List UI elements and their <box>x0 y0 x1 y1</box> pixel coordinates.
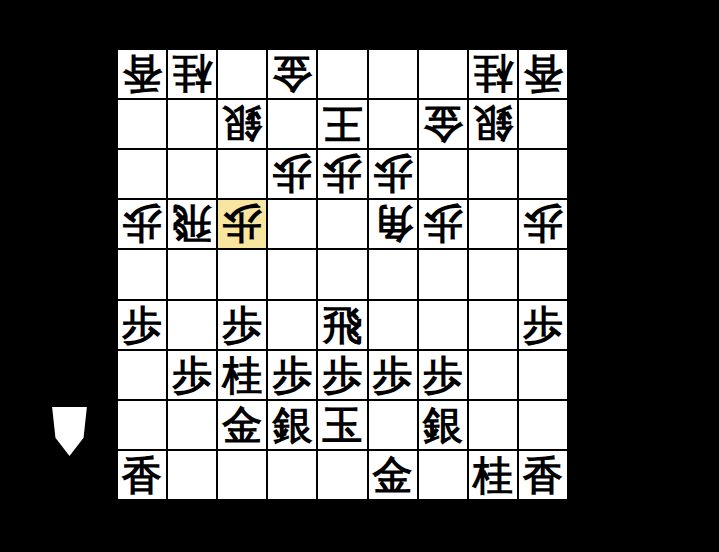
square-6i[interactable] <box>268 451 316 499</box>
square-1b[interactable] <box>519 100 567 148</box>
square-1h[interactable] <box>519 401 567 449</box>
piece-sente-pawn: 歩 <box>122 305 162 345</box>
square-3d[interactable]: 歩 <box>419 200 467 248</box>
square-2h[interactable] <box>469 401 517 449</box>
square-2e[interactable] <box>469 250 517 298</box>
square-4h[interactable] <box>369 401 417 449</box>
square-8a[interactable]: 桂 <box>168 50 216 98</box>
square-6f[interactable] <box>268 301 316 349</box>
square-1i[interactable]: 香 <box>519 451 567 499</box>
square-8b[interactable] <box>168 100 216 148</box>
piece-sente-knight: 桂 <box>222 355 262 395</box>
piece-gote-lance: 香 <box>523 54 563 94</box>
square-4c[interactable]: 歩 <box>369 150 417 198</box>
square-9i[interactable]: 香 <box>118 451 166 499</box>
piece-gote-pawn: 歩 <box>272 154 312 194</box>
square-8c[interactable] <box>168 150 216 198</box>
square-3a[interactable] <box>419 50 467 98</box>
piece-sente-pawn: 歩 <box>523 305 563 345</box>
gote-piece-marker-icon <box>51 407 88 456</box>
piece-sente-pawn: 歩 <box>373 355 413 395</box>
square-4i[interactable]: 金 <box>369 451 417 499</box>
square-2f[interactable] <box>469 301 517 349</box>
piece-sente-pawn: 歩 <box>272 355 312 395</box>
piece-sente-lance: 香 <box>122 455 162 495</box>
square-8f[interactable] <box>168 301 216 349</box>
square-3i[interactable] <box>419 451 467 499</box>
square-8d[interactable]: 飛 <box>168 200 216 248</box>
piece-gote-pawn: 歩 <box>122 204 162 244</box>
square-5f[interactable]: 飛 <box>318 301 366 349</box>
square-7f[interactable]: 歩 <box>218 301 266 349</box>
piece-sente-silver: 銀 <box>423 405 463 445</box>
square-9h[interactable] <box>118 401 166 449</box>
square-1g[interactable] <box>519 351 567 399</box>
piece-gote-lance: 香 <box>122 54 162 94</box>
square-5e[interactable] <box>318 250 366 298</box>
square-4e[interactable] <box>369 250 417 298</box>
square-4b[interactable] <box>369 100 417 148</box>
square-1d[interactable]: 歩 <box>519 200 567 248</box>
piece-sente-king: 玉 <box>322 405 362 445</box>
square-8i[interactable] <box>168 451 216 499</box>
square-9b[interactable] <box>118 100 166 148</box>
square-4a[interactable] <box>369 50 417 98</box>
square-6d[interactable] <box>268 200 316 248</box>
shogi-board: 香桂金桂香銀王金銀歩歩歩歩飛歩角歩歩歩歩飛歩歩桂歩歩歩歩金銀玉銀香金桂香 <box>116 48 569 501</box>
square-5b[interactable]: 王 <box>318 100 366 148</box>
square-6e[interactable] <box>268 250 316 298</box>
square-6c[interactable]: 歩 <box>268 150 316 198</box>
piece-gote-gold: 金 <box>272 54 312 94</box>
square-7e[interactable] <box>218 250 266 298</box>
piece-sente-pawn: 歩 <box>322 355 362 395</box>
square-5d[interactable] <box>318 200 366 248</box>
piece-sente-gold: 金 <box>222 405 262 445</box>
piece-sente-pawn: 歩 <box>222 305 262 345</box>
square-1e[interactable] <box>519 250 567 298</box>
piece-sente-silver: 銀 <box>272 405 312 445</box>
piece-sente-knight: 桂 <box>473 455 513 495</box>
piece-gote-knight: 桂 <box>473 54 513 94</box>
square-7i[interactable] <box>218 451 266 499</box>
square-2b[interactable]: 銀 <box>469 100 517 148</box>
piece-sente-gold: 金 <box>373 455 413 495</box>
piece-gote-pawn: 歩 <box>222 204 262 244</box>
piece-gote-rook: 飛 <box>172 204 212 244</box>
square-8e[interactable] <box>168 250 216 298</box>
piece-gote-pawn: 歩 <box>423 204 463 244</box>
square-3g[interactable]: 歩 <box>419 351 467 399</box>
square-2a[interactable]: 桂 <box>469 50 517 98</box>
square-6g[interactable]: 歩 <box>268 351 316 399</box>
square-9d[interactable]: 歩 <box>118 200 166 248</box>
piece-sente-pawn: 歩 <box>172 355 212 395</box>
square-9c[interactable] <box>118 150 166 198</box>
piece-gote-silver: 銀 <box>473 104 513 144</box>
square-6a[interactable]: 金 <box>268 50 316 98</box>
square-2i[interactable]: 桂 <box>469 451 517 499</box>
square-3e[interactable] <box>419 250 467 298</box>
piece-gote-silver: 銀 <box>222 104 262 144</box>
square-8h[interactable] <box>168 401 216 449</box>
square-1a[interactable]: 香 <box>519 50 567 98</box>
square-2c[interactable] <box>469 150 517 198</box>
square-5g[interactable]: 歩 <box>318 351 366 399</box>
square-7b[interactable]: 銀 <box>218 100 266 148</box>
square-9f[interactable]: 歩 <box>118 301 166 349</box>
square-1f[interactable]: 歩 <box>519 301 567 349</box>
square-3b[interactable]: 金 <box>419 100 467 148</box>
square-5i[interactable] <box>318 451 366 499</box>
piece-gote-pawn: 歩 <box>373 154 413 194</box>
square-7d[interactable]: 歩 <box>218 200 266 248</box>
square-8g[interactable]: 歩 <box>168 351 216 399</box>
square-9a[interactable]: 香 <box>118 50 166 98</box>
square-3f[interactable] <box>419 301 467 349</box>
square-7g[interactable]: 桂 <box>218 351 266 399</box>
square-1c[interactable] <box>519 150 567 198</box>
piece-sente-lance: 香 <box>523 455 563 495</box>
square-2d[interactable] <box>469 200 517 248</box>
piece-sente-rook: 飛 <box>322 305 362 345</box>
square-7a[interactable] <box>218 50 266 98</box>
square-6h[interactable]: 銀 <box>268 401 316 449</box>
piece-gote-knight: 桂 <box>172 54 212 94</box>
square-6b[interactable] <box>268 100 316 148</box>
square-5a[interactable] <box>318 50 366 98</box>
square-4g[interactable]: 歩 <box>369 351 417 399</box>
square-4d[interactable]: 角 <box>369 200 417 248</box>
square-9g[interactable] <box>118 351 166 399</box>
piece-gote-pawn: 歩 <box>322 154 362 194</box>
piece-gote-pawn: 歩 <box>523 204 563 244</box>
square-5h[interactable]: 玉 <box>318 401 366 449</box>
square-9e[interactable] <box>118 250 166 298</box>
piece-gote-gold: 金 <box>423 104 463 144</box>
app-background: 香桂金桂香銀王金銀歩歩歩歩飛歩角歩歩歩歩飛歩歩桂歩歩歩歩金銀玉銀香金桂香 <box>0 0 719 552</box>
piece-gote-king: 王 <box>322 104 362 144</box>
square-7h[interactable]: 金 <box>218 401 266 449</box>
piece-sente-pawn: 歩 <box>423 355 463 395</box>
square-3h[interactable]: 銀 <box>419 401 467 449</box>
square-2g[interactable] <box>469 351 517 399</box>
piece-gote-bishop: 角 <box>373 204 413 244</box>
square-5c[interactable]: 歩 <box>318 150 366 198</box>
square-7c[interactable] <box>218 150 266 198</box>
square-3c[interactable] <box>419 150 467 198</box>
square-4f[interactable] <box>369 301 417 349</box>
